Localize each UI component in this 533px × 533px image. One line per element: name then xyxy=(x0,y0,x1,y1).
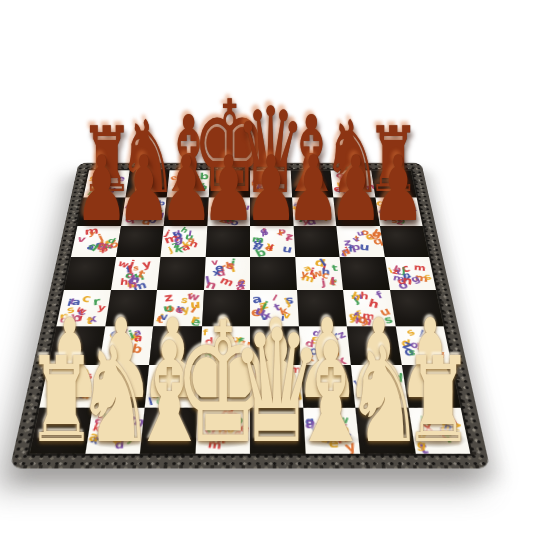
chess-set-photo: noxjrxielburinggjmziwoibnmwexzhmorhlitqs… xyxy=(0,0,533,533)
pieces-layer: ♜♞♝♚♛♝♞♜♟♟♟♟♟♟♟♟♟♟♟♟♟♟♟♟♜♞♝♚♛♝♞♜ xyxy=(0,0,533,533)
piece-white-rook-h1[interactable]: ♜ xyxy=(383,342,493,460)
piece-black-pawn-h7[interactable]: ♟ xyxy=(356,144,440,234)
